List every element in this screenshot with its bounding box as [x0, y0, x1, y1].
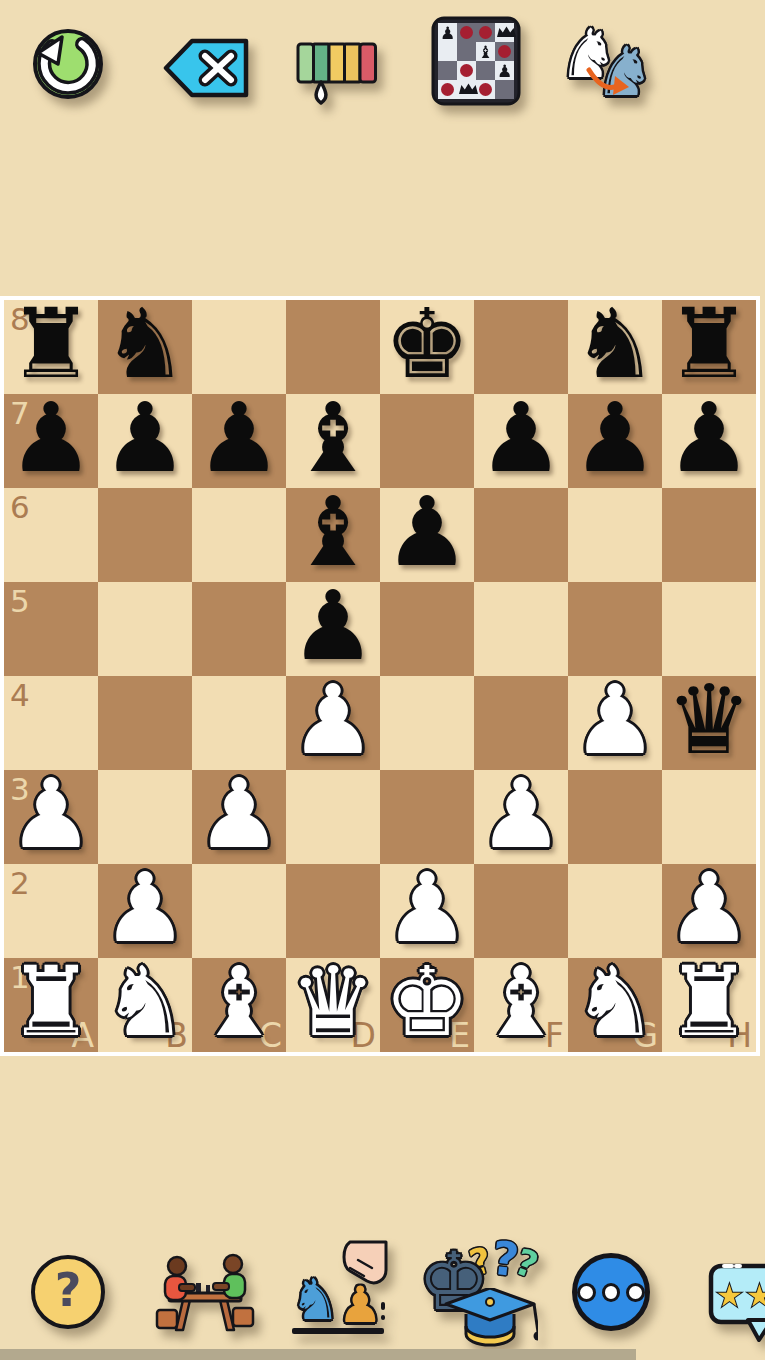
piece-wb-f1: ♝	[478, 955, 564, 1049]
square-b8[interactable]: ♞	[98, 300, 192, 394]
square-g1[interactable]: G♞	[568, 958, 662, 1052]
piece-bp-d5: ♟	[290, 579, 376, 673]
piece-wp-e2: ♟	[384, 861, 470, 955]
square-d1[interactable]: D♛	[286, 958, 380, 1052]
square-a1[interactable]: 1A♜	[4, 958, 98, 1052]
mini-chessboard-dots-icon: ♟ ♝ ♟	[430, 15, 522, 107]
tactics-board-button[interactable]: ♟ ♝ ♟	[430, 15, 522, 107]
piece-bp-a7: ♟	[8, 391, 94, 485]
players-at-table-icon	[149, 1250, 261, 1336]
square-b5[interactable]	[98, 582, 192, 676]
square-f1[interactable]: F♝	[474, 958, 568, 1052]
piece-wr-h1: ♜	[666, 955, 752, 1049]
square-c1[interactable]: C♝	[192, 958, 286, 1052]
square-g4[interactable]: ♟	[568, 676, 662, 770]
piece-bk-e8: ♚	[384, 297, 470, 391]
square-d8[interactable]	[286, 300, 380, 394]
learn-button[interactable]: ? ? ? ♚	[418, 1236, 536, 1348]
piece-wp-a3: ♟	[8, 767, 94, 861]
piece-wb-c1: ♝	[196, 955, 282, 1049]
square-f7[interactable]: ♟	[474, 394, 568, 488]
square-f6[interactable]	[474, 488, 568, 582]
piece-wp-c3: ♟	[196, 767, 282, 861]
piece-bp-b7: ♟	[102, 391, 188, 485]
piece-wp-d4: ♟	[290, 673, 376, 767]
square-h5[interactable]	[662, 582, 756, 676]
square-f3[interactable]: ♟	[474, 770, 568, 864]
hand-shape	[288, 1240, 392, 1340]
piece-wq-d1: ♛	[290, 955, 376, 1049]
ellipsis-dot-icon	[602, 1283, 621, 1302]
star-icon: ★	[716, 1278, 743, 1313]
chess-app-screen: { "app": { "background_color": "#efddb5"…	[0, 0, 765, 1360]
droplet-shape	[316, 82, 326, 103]
restart-button[interactable]	[30, 26, 106, 102]
piece-bn-b8: ♞	[102, 297, 188, 391]
chess-board: 8♜♞♚♞♜7♟♟♟♝♟♟♟6♝♟5♟4♟♟♛3♟♟♟2♟♟♟1A♜B♞C♝D♛…	[0, 296, 760, 1056]
square-g6[interactable]	[568, 488, 662, 582]
square-h4[interactable]: ♛	[662, 676, 756, 770]
evaluation-meter-button[interactable]	[294, 40, 380, 110]
stars-speech-bubble-icon: ★ ★ ★	[708, 1258, 765, 1344]
square-c7[interactable]: ♟	[192, 394, 286, 488]
square-e8[interactable]: ♚	[380, 300, 474, 394]
square-h8[interactable]: ♜	[662, 300, 756, 394]
more-options-button[interactable]	[572, 1253, 650, 1331]
square-d2[interactable]	[286, 864, 380, 958]
square-d3[interactable]	[286, 770, 380, 864]
piece-wk-e1: ♚	[384, 955, 470, 1049]
piece-wr-a1: ♜	[8, 955, 94, 1049]
square-e1[interactable]: E♚	[380, 958, 474, 1052]
square-a6[interactable]: 6	[4, 488, 98, 582]
piece-br-a8: ♜	[8, 297, 94, 391]
rate-button[interactable]: ★ ★ ★	[708, 1258, 765, 1344]
square-f8[interactable]	[474, 300, 568, 394]
piece-wp-f3: ♟	[478, 767, 564, 861]
square-b7[interactable]: ♟	[98, 394, 192, 488]
square-a8[interactable]: 8♜	[4, 300, 98, 394]
square-c4[interactable]	[192, 676, 286, 770]
square-e4[interactable]	[380, 676, 474, 770]
piece-bb-d6: ♝	[290, 485, 376, 579]
square-g5[interactable]	[568, 582, 662, 676]
square-e7[interactable]	[380, 394, 474, 488]
question-mark-icon: ?	[55, 1263, 82, 1317]
two-player-mode-button[interactable]	[149, 1250, 261, 1336]
rank-label-5: 5	[10, 586, 30, 617]
svg-text:♟: ♟	[497, 61, 512, 81]
square-g3[interactable]	[568, 770, 662, 864]
square-e5[interactable]	[380, 582, 474, 676]
piece-wp-h2: ♟	[666, 861, 752, 955]
system-navigation-bar	[0, 1349, 636, 1360]
square-d6[interactable]: ♝	[286, 488, 380, 582]
svg-text:♟: ♟	[440, 23, 455, 43]
star-icon: ★	[746, 1278, 765, 1313]
piece-wn-g1: ♞	[572, 955, 658, 1049]
square-c8[interactable]	[192, 300, 286, 394]
piece-bp-c7: ♟	[196, 391, 282, 485]
square-g2[interactable]	[568, 864, 662, 958]
square-a4[interactable]: 4	[4, 676, 98, 770]
rank-label-4: 4	[10, 680, 30, 711]
square-f4[interactable]	[474, 676, 568, 770]
square-g7[interactable]: ♟	[568, 394, 662, 488]
piece-bb-d7: ♝	[290, 391, 376, 485]
piece-bp-f7: ♟	[478, 391, 564, 485]
square-g8[interactable]: ♞	[568, 300, 662, 394]
square-c6[interactable]	[192, 488, 286, 582]
square-h7[interactable]: ♟	[662, 394, 756, 488]
piece-bp-h7: ♟	[666, 391, 752, 485]
piece-bn-g8: ♞	[572, 297, 658, 391]
square-h2[interactable]: ♟	[662, 864, 756, 958]
piece-wp-g4: ♟	[572, 673, 658, 767]
switch-sides-button[interactable]: ♞ ♞	[558, 16, 662, 116]
square-b3[interactable]	[98, 770, 192, 864]
square-f2[interactable]	[474, 864, 568, 958]
square-d5[interactable]: ♟	[286, 582, 380, 676]
square-h1[interactable]: H♜	[662, 958, 756, 1052]
piece-br-h8: ♜	[666, 297, 752, 391]
square-b4[interactable]	[98, 676, 192, 770]
piece-bp-e6: ♟	[384, 485, 470, 579]
square-f5[interactable]	[474, 582, 568, 676]
square-e2[interactable]: ♟	[380, 864, 474, 958]
rank-label-6: 6	[10, 492, 30, 523]
piece-bq-h4: ♛	[666, 673, 752, 767]
ellipsis-dot-icon	[577, 1283, 596, 1302]
square-a2[interactable]: 2	[4, 864, 98, 958]
swap-arrow-icon	[584, 66, 632, 100]
square-b2[interactable]: ♟	[98, 864, 192, 958]
square-h6[interactable]	[662, 488, 756, 582]
restart-circular-arrow-icon	[30, 26, 106, 102]
square-a5[interactable]: 5	[4, 582, 98, 676]
board-setup-button[interactable]: ♞ ♟	[288, 1240, 392, 1340]
piece-bp-g7: ♟	[572, 391, 658, 485]
square-c5[interactable]	[192, 582, 286, 676]
ellipsis-dot-icon	[626, 1283, 645, 1302]
square-d4[interactable]: ♟	[286, 676, 380, 770]
undo-move-button[interactable]	[161, 35, 251, 101]
piece-wn-b1: ♞	[102, 955, 188, 1049]
help-button[interactable]: ?	[31, 1255, 105, 1329]
square-d7[interactable]: ♝	[286, 394, 380, 488]
square-a7[interactable]: 7♟	[4, 394, 98, 488]
svg-text:♝: ♝	[478, 42, 493, 62]
color-scale-droplet-icon	[294, 40, 380, 110]
square-h3[interactable]	[662, 770, 756, 864]
square-e6[interactable]: ♟	[380, 488, 474, 582]
square-b1[interactable]: B♞	[98, 958, 192, 1052]
graduation-cap-icon	[442, 1288, 538, 1350]
square-a3[interactable]: 3♟	[4, 770, 98, 864]
piece-wp-b2: ♟	[102, 861, 188, 955]
square-c2[interactable]	[192, 864, 286, 958]
rank-label-2: 2	[10, 868, 30, 899]
square-c3[interactable]: ♟	[192, 770, 286, 864]
square-e3[interactable]	[380, 770, 474, 864]
square-b6[interactable]	[98, 488, 192, 582]
backspace-x-icon	[161, 35, 251, 101]
